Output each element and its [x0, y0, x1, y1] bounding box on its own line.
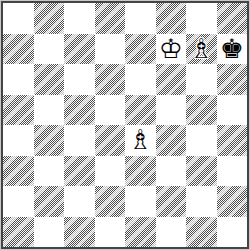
square-a3[interactable] [3, 156, 34, 187]
square-c5[interactable] [64, 95, 95, 126]
square-e1[interactable] [125, 217, 156, 248]
square-f5[interactable] [156, 95, 187, 126]
square-a2[interactable] [3, 186, 34, 217]
square-g3[interactable] [186, 156, 217, 187]
square-d1[interactable] [95, 217, 126, 248]
white-bishop: ♗ [128, 125, 152, 156]
square-d2[interactable] [95, 186, 126, 217]
square-b5[interactable] [34, 95, 65, 126]
square-c1[interactable] [64, 217, 95, 248]
square-a7[interactable] [3, 34, 34, 65]
chess-board: ♔♗♚♗ [1, 1, 249, 249]
square-a1[interactable] [3, 217, 34, 248]
square-b8[interactable] [34, 3, 65, 34]
square-e8[interactable] [125, 3, 156, 34]
square-h8[interactable] [217, 3, 248, 34]
square-a6[interactable] [3, 64, 34, 95]
square-d6[interactable] [95, 64, 126, 95]
square-g6[interactable] [186, 64, 217, 95]
square-h4[interactable] [217, 125, 248, 156]
square-g7[interactable]: ♗ [186, 34, 217, 65]
square-h7[interactable]: ♚ [217, 34, 248, 65]
square-e2[interactable] [125, 186, 156, 217]
square-g1[interactable] [186, 217, 217, 248]
square-b2[interactable] [34, 186, 65, 217]
square-f8[interactable] [156, 3, 187, 34]
square-d5[interactable] [95, 95, 126, 126]
square-b1[interactable] [34, 217, 65, 248]
square-a8[interactable] [3, 3, 34, 34]
square-d7[interactable] [95, 34, 126, 65]
square-g5[interactable] [186, 95, 217, 126]
square-c6[interactable] [64, 64, 95, 95]
square-d4[interactable] [95, 125, 126, 156]
square-b6[interactable] [34, 64, 65, 95]
square-b7[interactable] [34, 34, 65, 65]
square-f4[interactable] [156, 125, 187, 156]
square-e4[interactable]: ♗ [125, 125, 156, 156]
square-f1[interactable] [156, 217, 187, 248]
board-frame: ♔♗♚♗ [0, 0, 250, 250]
square-b4[interactable] [34, 125, 65, 156]
square-g8[interactable] [186, 3, 217, 34]
square-h6[interactable] [217, 64, 248, 95]
square-h2[interactable] [217, 186, 248, 217]
square-h1[interactable] [217, 217, 248, 248]
square-c7[interactable] [64, 34, 95, 65]
black-king: ♚ [220, 34, 244, 65]
square-f6[interactable] [156, 64, 187, 95]
square-e6[interactable] [125, 64, 156, 95]
square-f7[interactable]: ♔ [156, 34, 187, 65]
square-g4[interactable] [186, 125, 217, 156]
square-c8[interactable] [64, 3, 95, 34]
square-a5[interactable] [3, 95, 34, 126]
square-b3[interactable] [34, 156, 65, 187]
white-king: ♔ [159, 34, 183, 65]
square-e7[interactable] [125, 34, 156, 65]
square-f2[interactable] [156, 186, 187, 217]
square-d3[interactable] [95, 156, 126, 187]
square-d8[interactable] [95, 3, 126, 34]
square-f3[interactable] [156, 156, 187, 187]
square-c4[interactable] [64, 125, 95, 156]
square-h3[interactable] [217, 156, 248, 187]
white-bishop: ♗ [189, 34, 213, 65]
square-c2[interactable] [64, 186, 95, 217]
square-h5[interactable] [217, 95, 248, 126]
square-a4[interactable] [3, 125, 34, 156]
square-c3[interactable] [64, 156, 95, 187]
square-g2[interactable] [186, 186, 217, 217]
square-e3[interactable] [125, 156, 156, 187]
square-e5[interactable] [125, 95, 156, 126]
